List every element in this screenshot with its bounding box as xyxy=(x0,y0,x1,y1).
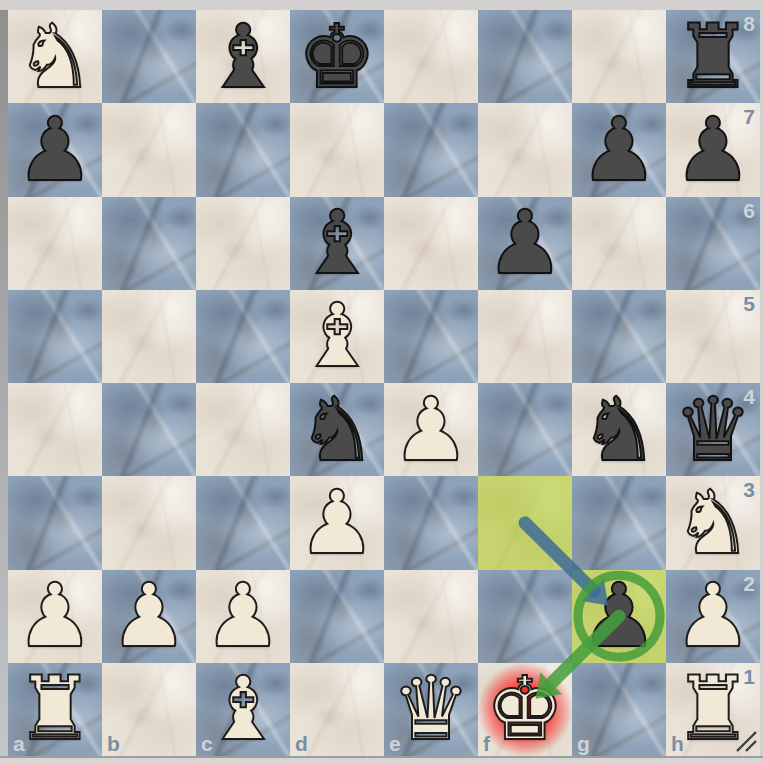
square-b2[interactable]: ♟ xyxy=(102,570,196,663)
square-b3[interactable] xyxy=(102,476,196,569)
square-b8[interactable] xyxy=(102,10,196,103)
board-bottom-edge xyxy=(0,756,763,764)
piece-black-pawn[interactable]: ♟ xyxy=(478,197,572,290)
square-a2[interactable]: ♟ xyxy=(8,570,102,663)
piece-white-pawn[interactable]: ♟ xyxy=(290,476,384,569)
file-label-b: b xyxy=(107,733,120,754)
square-g1[interactable]: g xyxy=(572,663,666,756)
square-c1[interactable]: c♝ xyxy=(196,663,290,756)
square-h7[interactable]: 7♟ xyxy=(666,103,760,196)
square-b4[interactable] xyxy=(102,383,196,476)
square-g5[interactable] xyxy=(572,290,666,383)
piece-white-rook[interactable]: ♜ xyxy=(8,663,102,756)
file-label-g: g xyxy=(577,733,590,754)
square-f6[interactable]: ♟ xyxy=(478,197,572,290)
square-e8[interactable] xyxy=(384,10,478,103)
piece-black-pawn[interactable]: ♟ xyxy=(572,570,666,663)
piece-black-bishop[interactable]: ♝ xyxy=(290,197,384,290)
piece-white-pawn[interactable]: ♟ xyxy=(102,570,196,663)
piece-white-king[interactable]: ♚ xyxy=(478,663,572,756)
piece-black-bishop[interactable]: ♝ xyxy=(196,10,290,103)
square-g3[interactable] xyxy=(572,476,666,569)
square-c2[interactable]: ♟ xyxy=(196,570,290,663)
square-a1[interactable]: a♜ xyxy=(8,663,102,756)
square-e4[interactable]: ♟ xyxy=(384,383,478,476)
square-g7[interactable]: ♟ xyxy=(572,103,666,196)
square-b5[interactable] xyxy=(102,290,196,383)
piece-black-pawn[interactable]: ♟ xyxy=(8,103,102,196)
square-e1[interactable]: e♛ xyxy=(384,663,478,756)
square-e6[interactable] xyxy=(384,197,478,290)
piece-white-bishop[interactable]: ♝ xyxy=(196,663,290,756)
piece-black-queen[interactable]: ♛ xyxy=(666,383,760,476)
board-left-edge xyxy=(0,10,8,756)
square-e5[interactable] xyxy=(384,290,478,383)
square-g2[interactable]: ♟ xyxy=(572,570,666,663)
piece-white-queen[interactable]: ♛ xyxy=(384,663,478,756)
square-a7[interactable]: ♟ xyxy=(8,103,102,196)
square-a4[interactable] xyxy=(8,383,102,476)
piece-black-knight[interactable]: ♞ xyxy=(572,383,666,476)
square-a6[interactable] xyxy=(8,197,102,290)
square-f2[interactable] xyxy=(478,570,572,663)
square-b7[interactable] xyxy=(102,103,196,196)
piece-white-pawn[interactable]: ♟ xyxy=(666,570,760,663)
square-h8[interactable]: 8♜ xyxy=(666,10,760,103)
square-h4[interactable]: 4♛ xyxy=(666,383,760,476)
piece-white-pawn[interactable]: ♟ xyxy=(8,570,102,663)
square-d7[interactable] xyxy=(290,103,384,196)
square-d6[interactable]: ♝ xyxy=(290,197,384,290)
square-f8[interactable] xyxy=(478,10,572,103)
square-c4[interactable] xyxy=(196,383,290,476)
square-f3[interactable] xyxy=(478,476,572,569)
square-c5[interactable] xyxy=(196,290,290,383)
square-d8[interactable]: ♚ xyxy=(290,10,384,103)
square-h5[interactable]: 5 xyxy=(666,290,760,383)
square-e2[interactable] xyxy=(384,570,478,663)
square-d5[interactable]: ♝ xyxy=(290,290,384,383)
square-a5[interactable] xyxy=(8,290,102,383)
piece-black-rook[interactable]: ♜ xyxy=(666,10,760,103)
square-h6[interactable]: 6 xyxy=(666,197,760,290)
square-e3[interactable] xyxy=(384,476,478,569)
piece-white-pawn[interactable]: ♟ xyxy=(196,570,290,663)
square-d2[interactable] xyxy=(290,570,384,663)
resize-handle-icon xyxy=(733,728,759,754)
piece-white-pawn[interactable]: ♟ xyxy=(384,383,478,476)
rank-label-5: 5 xyxy=(743,293,755,314)
square-b6[interactable] xyxy=(102,197,196,290)
piece-black-knight[interactable]: ♞ xyxy=(290,383,384,476)
chess-board-window: ♞♝♚8♜♟♟7♟♝♟6♝5♞♟♞4♛♟3♞♟♟♟♟2♟a♜bc♝de♛f♚g1… xyxy=(0,0,763,764)
piece-black-pawn[interactable]: ♟ xyxy=(572,103,666,196)
piece-black-pawn[interactable]: ♟ xyxy=(666,103,760,196)
square-a3[interactable] xyxy=(8,476,102,569)
square-d4[interactable]: ♞ xyxy=(290,383,384,476)
piece-white-knight[interactable]: ♞ xyxy=(8,10,102,103)
file-label-d: d xyxy=(295,733,308,754)
square-f5[interactable] xyxy=(478,290,572,383)
last-move-highlight xyxy=(478,476,572,569)
square-d1[interactable]: d xyxy=(290,663,384,756)
square-h3[interactable]: 3♞ xyxy=(666,476,760,569)
square-e7[interactable] xyxy=(384,103,478,196)
piece-white-bishop[interactable]: ♝ xyxy=(290,290,384,383)
square-g6[interactable] xyxy=(572,197,666,290)
piece-black-king[interactable]: ♚ xyxy=(290,10,384,103)
square-f1[interactable]: f♚ xyxy=(478,663,572,756)
rank-label-6: 6 xyxy=(743,200,755,221)
square-d3[interactable]: ♟ xyxy=(290,476,384,569)
square-c8[interactable]: ♝ xyxy=(196,10,290,103)
square-h2[interactable]: 2♟ xyxy=(666,570,760,663)
square-g8[interactable] xyxy=(572,10,666,103)
square-c3[interactable] xyxy=(196,476,290,569)
square-a8[interactable]: ♞ xyxy=(8,10,102,103)
chess-board: ♞♝♚8♜♟♟7♟♝♟6♝5♞♟♞4♛♟3♞♟♟♟♟2♟a♜bc♝de♛f♚g1… xyxy=(8,10,760,756)
square-g4[interactable]: ♞ xyxy=(572,383,666,476)
square-f4[interactable] xyxy=(478,383,572,476)
board-resize-handle[interactable] xyxy=(733,728,759,754)
square-c6[interactable] xyxy=(196,197,290,290)
piece-white-knight[interactable]: ♞ xyxy=(666,476,760,569)
square-f7[interactable] xyxy=(478,103,572,196)
square-c7[interactable] xyxy=(196,103,290,196)
square-b1[interactable]: b xyxy=(102,663,196,756)
